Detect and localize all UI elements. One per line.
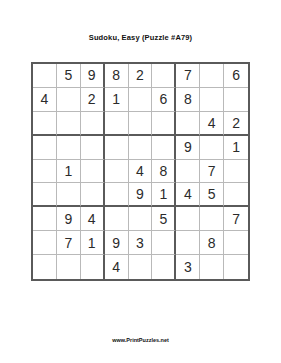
sudoku-cell bbox=[224, 255, 248, 279]
sudoku-cell bbox=[81, 255, 105, 279]
sudoku-cell: 6 bbox=[152, 88, 176, 112]
sudoku-cell: 4 bbox=[200, 112, 224, 136]
sudoku-cell: 9 bbox=[129, 183, 153, 207]
sudoku-cell: 3 bbox=[176, 255, 200, 279]
sudoku-cell bbox=[33, 255, 57, 279]
sudoku-cell: 9 bbox=[176, 136, 200, 160]
sudoku-cell: 8 bbox=[152, 160, 176, 184]
sudoku-cell: 4 bbox=[176, 183, 200, 207]
sudoku-cell bbox=[200, 136, 224, 160]
sudoku-cell bbox=[81, 160, 105, 184]
sudoku-cell: 2 bbox=[224, 112, 248, 136]
sudoku-cell bbox=[33, 207, 57, 231]
sudoku-cell: 7 bbox=[224, 207, 248, 231]
sudoku-cell: 5 bbox=[200, 183, 224, 207]
sudoku-cell: 4 bbox=[81, 207, 105, 231]
sudoku-cell: 4 bbox=[33, 88, 57, 112]
sudoku-cell: 1 bbox=[224, 136, 248, 160]
sudoku-cell bbox=[81, 136, 105, 160]
sudoku-cell bbox=[105, 136, 129, 160]
sudoku-cell bbox=[33, 183, 57, 207]
sudoku-cell: 8 bbox=[176, 88, 200, 112]
sudoku-cell bbox=[200, 255, 224, 279]
sudoku-cell: 9 bbox=[105, 231, 129, 255]
sudoku-cell bbox=[57, 88, 81, 112]
sudoku-cell bbox=[200, 207, 224, 231]
sudoku-cell bbox=[105, 160, 129, 184]
sudoku-cell bbox=[105, 207, 129, 231]
sudoku-cell bbox=[200, 88, 224, 112]
footer-link[interactable]: www.PrintPuzzles.net bbox=[0, 337, 281, 343]
sudoku-cell bbox=[129, 255, 153, 279]
sudoku-cell: 9 bbox=[57, 207, 81, 231]
sudoku-cell: 7 bbox=[57, 231, 81, 255]
sudoku-cell: 1 bbox=[57, 160, 81, 184]
sudoku-cell bbox=[176, 160, 200, 184]
sudoku-cell bbox=[224, 88, 248, 112]
sudoku-cell bbox=[224, 183, 248, 207]
sudoku-cell: 1 bbox=[105, 88, 129, 112]
sudoku-cell bbox=[33, 136, 57, 160]
sudoku-cell bbox=[224, 231, 248, 255]
sudoku-cell: 6 bbox=[224, 64, 248, 88]
sudoku-cell bbox=[176, 231, 200, 255]
sudoku-cell bbox=[33, 64, 57, 88]
sudoku-cell: 8 bbox=[200, 231, 224, 255]
sudoku-cell: 4 bbox=[129, 160, 153, 184]
sudoku-cell bbox=[57, 255, 81, 279]
sudoku-cell bbox=[129, 136, 153, 160]
sudoku-cell bbox=[129, 88, 153, 112]
sudoku-cell bbox=[33, 231, 57, 255]
sudoku-cell bbox=[152, 112, 176, 136]
sudoku-cell: 5 bbox=[152, 207, 176, 231]
sudoku-cell bbox=[200, 64, 224, 88]
sudoku-cell bbox=[176, 112, 200, 136]
sudoku-cell: 2 bbox=[129, 64, 153, 88]
sudoku-cell: 2 bbox=[81, 88, 105, 112]
sudoku-cell bbox=[152, 231, 176, 255]
sudoku-cell bbox=[81, 112, 105, 136]
sudoku-cell bbox=[129, 112, 153, 136]
sudoku-cell: 5 bbox=[57, 64, 81, 88]
sudoku-cell: 4 bbox=[105, 255, 129, 279]
sudoku-cell: 7 bbox=[176, 64, 200, 88]
sudoku-cell: 1 bbox=[81, 231, 105, 255]
sudoku-cell bbox=[57, 112, 81, 136]
sudoku-cell bbox=[152, 255, 176, 279]
sudoku-cell bbox=[105, 112, 129, 136]
sudoku-cell bbox=[176, 207, 200, 231]
sudoku-cell bbox=[224, 160, 248, 184]
page-title: Sudoku, Easy (Puzzle #A79) bbox=[0, 33, 281, 42]
sudoku-cell: 7 bbox=[200, 160, 224, 184]
sudoku-cell: 9 bbox=[81, 64, 105, 88]
sudoku-cell: 8 bbox=[105, 64, 129, 88]
sudoku-cell bbox=[57, 183, 81, 207]
sudoku-cell bbox=[33, 160, 57, 184]
sudoku-cell bbox=[152, 136, 176, 160]
sudoku-cell bbox=[129, 207, 153, 231]
sudoku-board: 5982764216842911487914594577193843 bbox=[31, 62, 250, 281]
sudoku-cell bbox=[152, 64, 176, 88]
sudoku-cell bbox=[105, 183, 129, 207]
sudoku-cell bbox=[57, 136, 81, 160]
sudoku-cell: 3 bbox=[129, 231, 153, 255]
sudoku-cell bbox=[81, 183, 105, 207]
sudoku-cell: 1 bbox=[152, 183, 176, 207]
sudoku-cell bbox=[33, 112, 57, 136]
